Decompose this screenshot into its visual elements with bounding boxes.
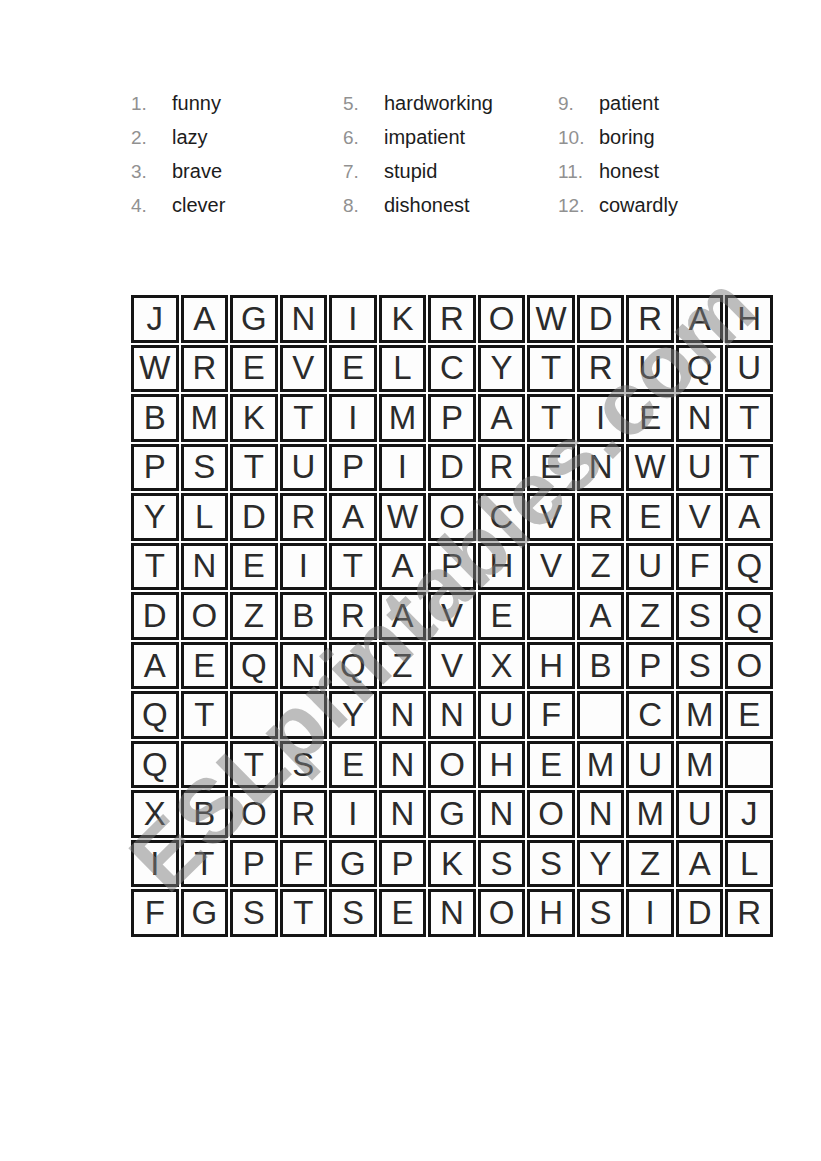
grid-cell: C: [626, 691, 674, 739]
grid-cell: G: [329, 840, 377, 888]
grid-cell: R: [428, 295, 476, 343]
grid-cell: Z: [626, 592, 674, 640]
grid-cell: W: [626, 444, 674, 492]
grid-cell: U: [280, 444, 328, 492]
grid-cell: H: [527, 642, 575, 690]
grid-cell: A: [478, 394, 526, 442]
grid-cell: T: [230, 741, 278, 789]
grid-cell: U: [676, 790, 724, 838]
grid-cell-blank: [725, 741, 773, 789]
grid-cell: U: [626, 741, 674, 789]
grid-cell: Z: [230, 592, 278, 640]
grid-cell: S: [181, 444, 229, 492]
grid-cell: O: [478, 295, 526, 343]
grid-cell: R: [280, 790, 328, 838]
grid-cell: O: [428, 741, 476, 789]
grid-cell: H: [725, 295, 773, 343]
grid-cell: R: [626, 295, 674, 343]
grid-cell: S: [230, 889, 278, 937]
grid-cell: E: [478, 592, 526, 640]
grid-cell: T: [131, 543, 179, 591]
grid-cell: N: [181, 543, 229, 591]
grid-cell: T: [329, 543, 377, 591]
grid-cell: N: [428, 691, 476, 739]
grid-cell: F: [527, 691, 575, 739]
grid-cell: N: [428, 889, 476, 937]
grid-cell: I: [626, 889, 674, 937]
grid-cell: O: [527, 790, 575, 838]
grid-cell: A: [577, 592, 625, 640]
grid-cell: I: [329, 790, 377, 838]
grid-cell: E: [725, 691, 773, 739]
grid-cell: F: [676, 543, 724, 591]
grid-cell: G: [230, 295, 278, 343]
grid-cell: A: [379, 543, 427, 591]
grid-cell: E: [329, 741, 377, 789]
grid-cell: T: [725, 444, 773, 492]
grid-cell: B: [131, 394, 179, 442]
grid-cell: K: [230, 394, 278, 442]
grid-cell: T: [181, 691, 229, 739]
grid-cell: Q: [230, 642, 278, 690]
grid-cell: E: [527, 741, 575, 789]
grid-cell: H: [478, 543, 526, 591]
grid-cell: N: [379, 790, 427, 838]
grid-cell: V: [428, 642, 476, 690]
grid-cell: I: [577, 394, 625, 442]
grid-cell: P: [329, 444, 377, 492]
grid-cell: P: [379, 840, 427, 888]
grid-cell: D: [676, 889, 724, 937]
grid-cell: Z: [577, 543, 625, 591]
grid-cell: F: [131, 889, 179, 937]
word-search-grid: JAGNIKROWDRAHWREVELCYTRUQUBMKTIMPATIENTP…: [131, 295, 773, 937]
grid-cell: J: [725, 790, 773, 838]
grid-cell: S: [329, 889, 377, 937]
worksheet-page: 1.funny2.lazy3.brave4.clever 5.hardworki…: [0, 0, 821, 1161]
grid-cell: D: [428, 444, 476, 492]
grid-cell: N: [379, 691, 427, 739]
grid-cell: E: [379, 889, 427, 937]
grid-cell: H: [478, 741, 526, 789]
grid-cell: Q: [725, 592, 773, 640]
grid-cell: Y: [577, 840, 625, 888]
grid-cell: T: [527, 394, 575, 442]
grid-cell: W: [527, 295, 575, 343]
grid-cell: R: [181, 345, 229, 393]
grid-cell: Q: [676, 345, 724, 393]
grid-cell: C: [428, 345, 476, 393]
grid-cell: U: [626, 345, 674, 393]
grid-cell: W: [131, 345, 179, 393]
grid-cell: V: [527, 493, 575, 541]
grid-cell: R: [577, 493, 625, 541]
grid-cell: I: [379, 444, 427, 492]
grid-cell: T: [181, 840, 229, 888]
grid-cell: R: [725, 889, 773, 937]
grid-cell: M: [577, 741, 625, 789]
grid-cell: V: [280, 345, 328, 393]
grid-cell: T: [230, 444, 278, 492]
grid-cell: X: [478, 642, 526, 690]
grid-cell: F: [280, 840, 328, 888]
grid-cell: Z: [626, 840, 674, 888]
grid-cell: H: [527, 889, 575, 937]
grid-cell: P: [230, 840, 278, 888]
grid-cell: C: [478, 493, 526, 541]
grid-cell: O: [230, 790, 278, 838]
grid-cell: E: [230, 543, 278, 591]
grid-cell: T: [725, 394, 773, 442]
grid-cell: U: [626, 543, 674, 591]
grid-cell: R: [280, 493, 328, 541]
grid-cell: I: [280, 543, 328, 591]
grid-cell: P: [428, 543, 476, 591]
grid-cell: N: [379, 741, 427, 789]
grid-cell: M: [181, 394, 229, 442]
grid-cell: N: [280, 295, 328, 343]
grid-cell: I: [329, 295, 377, 343]
grid-cell: G: [428, 790, 476, 838]
grid-cell: N: [478, 790, 526, 838]
grid-cell: Q: [329, 642, 377, 690]
grid-cell: A: [181, 295, 229, 343]
grid-cell: M: [676, 741, 724, 789]
grid-cell: N: [280, 642, 328, 690]
grid-cell: O: [428, 493, 476, 541]
grid-cell: S: [676, 642, 724, 690]
grid-cell: S: [478, 840, 526, 888]
grid-cell: R: [478, 444, 526, 492]
grid-cell: D: [230, 493, 278, 541]
grid-cell: E: [230, 345, 278, 393]
grid-cell: I: [329, 394, 377, 442]
grid-cell: N: [577, 444, 625, 492]
grid-cell: A: [329, 493, 377, 541]
grid-cell: J: [131, 295, 179, 343]
grid-cell: U: [676, 444, 724, 492]
grid-cell: X: [131, 790, 179, 838]
grid-cell: V: [527, 543, 575, 591]
grid-cell: N: [577, 790, 625, 838]
grid-cell: B: [181, 790, 229, 838]
grid-cell: O: [181, 592, 229, 640]
grid-cell: P: [626, 642, 674, 690]
grid-cell: T: [280, 394, 328, 442]
grid-cell: E: [181, 642, 229, 690]
grid-cell: P: [131, 444, 179, 492]
grid-cell: M: [676, 691, 724, 739]
grid-cell-blank: [181, 741, 229, 789]
grid-cell: M: [379, 394, 427, 442]
grid-cell: U: [725, 345, 773, 393]
grid-cell: S: [577, 889, 625, 937]
grid-cell: M: [626, 790, 674, 838]
grid-cell-blank: [577, 691, 625, 739]
grid-cell: K: [428, 840, 476, 888]
grid-cell-blank: [280, 691, 328, 739]
grid-cell: R: [329, 592, 377, 640]
grid-cell: Y: [329, 691, 377, 739]
grid-cell: Q: [725, 543, 773, 591]
grid-cell: L: [181, 493, 229, 541]
grid-cell: Z: [379, 642, 427, 690]
grid-cell: A: [676, 295, 724, 343]
grid-cell: Q: [131, 741, 179, 789]
grid-cell: O: [725, 642, 773, 690]
grid-cell: B: [280, 592, 328, 640]
grid-cell: K: [379, 295, 427, 343]
grid-cell-blank: [527, 592, 575, 640]
grid-cell: S: [280, 741, 328, 789]
grid-cell-blank: [230, 691, 278, 739]
grid-cell: A: [676, 840, 724, 888]
grid-cell: G: [181, 889, 229, 937]
grid-cell: Q: [131, 691, 179, 739]
grid-cell: Y: [131, 493, 179, 541]
grid-cell: A: [725, 493, 773, 541]
grid-cell: A: [131, 642, 179, 690]
grid-cell: T: [280, 889, 328, 937]
grid-cell: I: [131, 840, 179, 888]
grid-cell: S: [527, 840, 575, 888]
grid-cell: B: [577, 642, 625, 690]
grid-cell: E: [329, 345, 377, 393]
grid-cell: A: [379, 592, 427, 640]
grid-cell: E: [527, 444, 575, 492]
grid-cell: R: [577, 345, 625, 393]
grid-cell: Y: [478, 345, 526, 393]
word-search-area: JAGNIKROWDRAHWREVELCYTRUQUBMKTIMPATIENTP…: [0, 0, 821, 1161]
grid-cell: S: [676, 592, 724, 640]
grid-cell: E: [626, 493, 674, 541]
grid-cell: D: [577, 295, 625, 343]
grid-cell: L: [725, 840, 773, 888]
grid-cell: L: [379, 345, 427, 393]
grid-cell: E: [626, 394, 674, 442]
grid-cell: U: [478, 691, 526, 739]
grid-cell: N: [676, 394, 724, 442]
grid-cell: P: [428, 394, 476, 442]
grid-cell: D: [131, 592, 179, 640]
grid-cell: V: [676, 493, 724, 541]
grid-cell: T: [527, 345, 575, 393]
grid-cell: V: [428, 592, 476, 640]
grid-cell: W: [379, 493, 427, 541]
grid-cell: O: [478, 889, 526, 937]
